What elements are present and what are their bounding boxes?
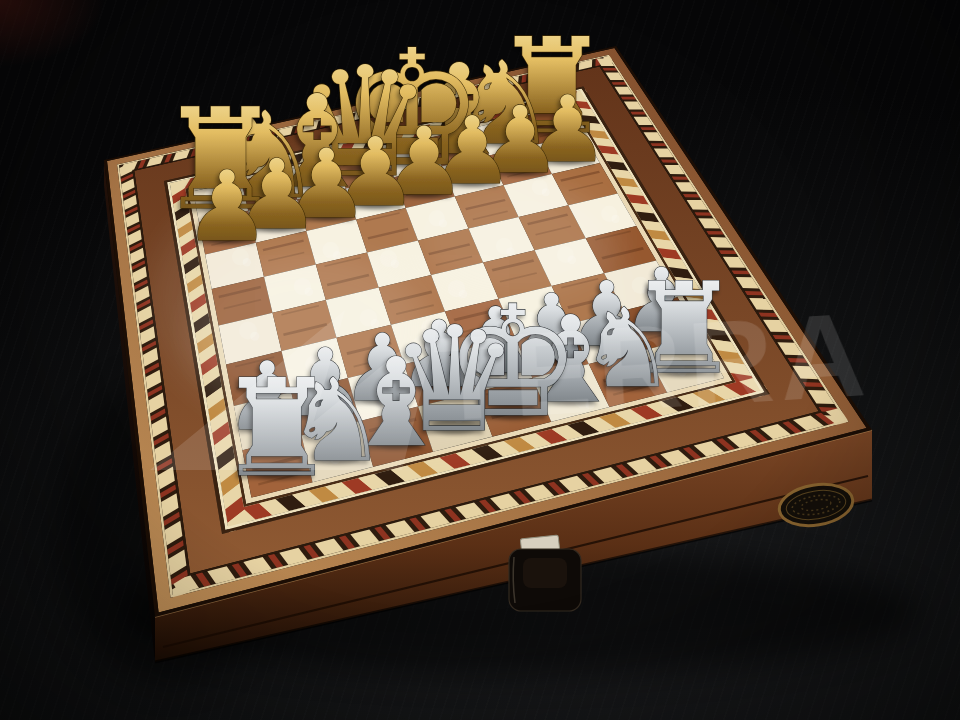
watermark-text: TERRA — [431, 288, 875, 446]
strip-accent — [683, 194, 700, 197]
strip-accent — [719, 250, 737, 254]
piece-black-pawn-a7: ♟ — [184, 150, 271, 263]
strip-accent — [695, 212, 712, 216]
strip-accent — [672, 177, 689, 180]
strip-accent — [630, 112, 645, 115]
strip-accent — [612, 82, 627, 85]
strip-accent — [640, 127, 656, 130]
strip-accent — [651, 143, 667, 146]
chess-set-scene: ♜♞♝♟♚♟♛♟♝♟♞♟♜♟♟♟♟♟♟♜♟♞♟♟♝♟♚♟♛♝♞♜TERRA — [0, 0, 960, 720]
photo-stage: ♜♞♝♟♚♟♛♟♝♟♞♟♜♟♟♟♟♟♟♜♟♞♟♟♝♟♚♟♛♝♞♜TERRA — [0, 0, 960, 720]
strip-accent — [621, 97, 636, 100]
strip-accent — [661, 160, 677, 163]
strip-accent — [706, 231, 724, 235]
